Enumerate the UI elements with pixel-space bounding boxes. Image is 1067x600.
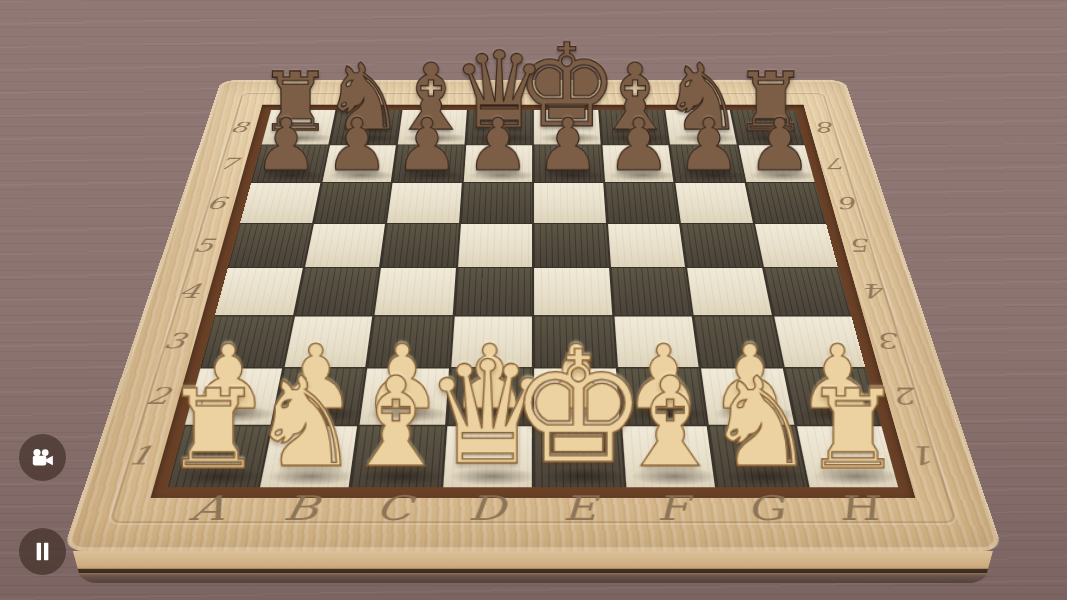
piece-black-pawn[interactable]: ♟ [677, 111, 741, 179]
file-label-e: E [533, 489, 628, 539]
piece-black-pawn[interactable]: ♟ [254, 111, 318, 179]
square-d5[interactable] [458, 224, 533, 267]
file-label-c: C [343, 489, 441, 539]
piece-black-pawn[interactable]: ♟ [466, 111, 530, 179]
piece-black-pawn[interactable]: ♟ [606, 111, 670, 179]
square-f5[interactable] [607, 224, 684, 267]
square-b4[interactable] [295, 268, 379, 315]
square-g7[interactable]: ♟ [670, 145, 744, 182]
square-h1[interactable]: ♜ [796, 426, 898, 487]
file-label-a: A [154, 489, 259, 539]
file-label-h: H [807, 489, 912, 539]
square-c5[interactable] [381, 224, 458, 267]
square-g5[interactable] [681, 224, 761, 267]
square-b5[interactable] [305, 224, 385, 267]
chess-board: ♜♞♝♛♚♝♞♜♟♟♟♟♟♟♟♟♟♟♟♟♟♟♟♟♜♞♝♛♚♝♞♜ ABCDEFG… [63, 80, 1003, 551]
board-front-edge [73, 551, 993, 583]
piece-black-pawn[interactable]: ♟ [395, 111, 459, 179]
piece-black-pawn[interactable]: ♟ [536, 111, 600, 179]
pause-button[interactable] [19, 528, 66, 575]
square-f4[interactable] [611, 268, 692, 315]
square-c7[interactable]: ♟ [393, 145, 464, 182]
square-e6[interactable] [534, 183, 606, 223]
pause-icon [30, 539, 55, 564]
square-e5[interactable] [534, 224, 609, 267]
square-d7[interactable]: ♟ [463, 145, 532, 182]
file-label-f: F [624, 489, 722, 539]
square-e7[interactable]: ♟ [534, 145, 603, 182]
square-g6[interactable] [675, 183, 752, 223]
piece-white-king[interactable]: ♚ [509, 335, 648, 482]
square-a6[interactable] [240, 183, 320, 223]
square-a5[interactable] [228, 224, 311, 267]
square-c4[interactable] [375, 268, 456, 315]
square-b7[interactable]: ♟ [322, 145, 396, 182]
piece-black-pawn[interactable]: ♟ [325, 111, 389, 179]
video-camera-icon [29, 444, 56, 471]
piece-white-rook[interactable]: ♜ [164, 378, 262, 482]
square-a7[interactable]: ♟ [251, 145, 327, 182]
piece-black-pawn[interactable]: ♟ [747, 111, 811, 179]
square-h4[interactable] [764, 268, 851, 315]
square-h5[interactable] [755, 224, 838, 267]
file-label-b: B [248, 489, 350, 539]
square-e1[interactable]: ♚ [534, 426, 623, 487]
square-f6[interactable] [605, 183, 679, 223]
camera-button[interactable] [19, 434, 66, 481]
square-a1[interactable]: ♜ [168, 426, 270, 487]
square-b6[interactable] [314, 183, 391, 223]
file-label-d: D [438, 489, 533, 539]
piece-white-knight[interactable]: ♞ [706, 364, 817, 482]
board-grid: ♜♞♝♛♚♝♞♜♟♟♟♟♟♟♟♟♟♟♟♟♟♟♟♟♜♞♝♛♚♝♞♜ [168, 110, 898, 487]
square-g4[interactable] [687, 268, 771, 315]
table-surface: ♜♞♝♛♚♝♞♜♟♟♟♟♟♟♟♟♟♟♟♟♟♟♟♟♜♞♝♛♚♝♞♜ ABCDEFG… [0, 0, 1067, 600]
file-labels: ABCDEFGH [154, 489, 913, 539]
square-g1[interactable]: ♞ [709, 426, 807, 487]
square-f7[interactable]: ♟ [602, 145, 673, 182]
piece-white-rook[interactable]: ♜ [803, 378, 901, 482]
square-d6[interactable] [461, 183, 533, 223]
square-d4[interactable] [454, 268, 532, 315]
square-h6[interactable] [746, 183, 826, 223]
square-e4[interactable] [534, 268, 612, 315]
square-a4[interactable] [215, 268, 302, 315]
file-label-g: G [716, 489, 818, 539]
square-h7[interactable]: ♟ [738, 145, 814, 182]
square-c6[interactable] [387, 183, 461, 223]
